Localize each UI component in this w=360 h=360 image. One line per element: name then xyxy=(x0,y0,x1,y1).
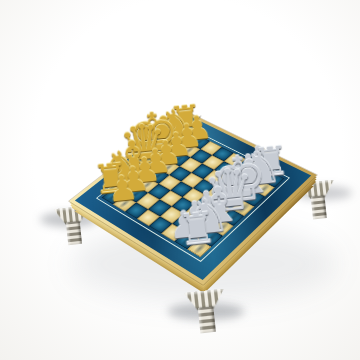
chess-piece-glyph: ♜ xyxy=(176,205,219,252)
board-enamel-frame: ♜♞♝♛♚♝♞♜♟♟♟♟♟♟♟♟♟♟♟♟♟♟♟♟♜♞♝♛♚♝♞♜ xyxy=(75,114,311,280)
chess-board: ♜♞♝♛♚♝♞♜♟♟♟♟♟♟♟♟♟♟♟♟♟♟♟♟♜♞♝♛♚♝♞♜ xyxy=(69,111,317,285)
chess-piece-glyph: ♟ xyxy=(106,170,140,207)
chess-set: ♜♞♝♛♚♝♞♜♟♟♟♟♟♟♟♟♟♟♟♟♟♟♟♟♜♞♝♛♚♝♞♜ xyxy=(0,0,360,360)
foot-shaft xyxy=(66,221,82,245)
square-a8: ♜ xyxy=(187,239,212,257)
foot-shaft xyxy=(198,306,216,333)
foot-shaft xyxy=(311,195,327,219)
photo-background: ♜♞♝♛♚♝♞♜♟♟♟♟♟♟♟♟♟♟♟♟♟♟♟♟♜♞♝♛♚♝♞♜ chess xyxy=(0,0,360,360)
board-brass-rim: ♜♞♝♛♚♝♞♜♟♟♟♟♟♟♟♟♟♟♟♟♟♟♟♟♜♞♝♛♚♝♞♜ xyxy=(69,111,317,285)
